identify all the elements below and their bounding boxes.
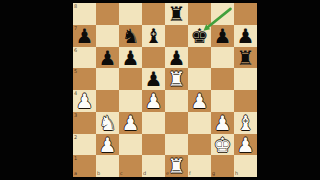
square-c4[interactable] [119, 90, 142, 112]
black-rook-h6: ♜ [234, 47, 257, 69]
square-g1[interactable]: g [211, 155, 234, 177]
square-a1[interactable]: 1a [73, 155, 96, 177]
square-d1[interactable]: d [142, 155, 165, 177]
square-b7[interactable] [96, 25, 119, 47]
square-a3[interactable]: 3 [73, 112, 96, 134]
chess-board: 8♜7♟♞♝♚♟♟6♟♟♟♜5♟♜4♟♟♟3♞♟♟♝2♟♚♟1abcde♜fgh [73, 3, 257, 177]
square-g7[interactable]: ♟ [211, 25, 234, 47]
square-d6[interactable] [142, 47, 165, 69]
white-knight-b3: ♞ [96, 112, 119, 134]
square-e4[interactable] [165, 90, 188, 112]
square-c6[interactable]: ♟ [119, 47, 142, 69]
black-knight-c7: ♞ [119, 25, 142, 47]
square-c1[interactable]: c [119, 155, 142, 177]
square-e5[interactable]: ♜ [165, 68, 188, 90]
screenshot-stage: 8♜7♟♞♝♚♟♟6♟♟♟♜5♟♜4♟♟♟3♞♟♟♝2♟♚♟1abcde♜fgh [0, 0, 320, 180]
white-pawn-b2: ♟ [96, 134, 119, 156]
square-d4[interactable]: ♟ [142, 90, 165, 112]
black-pawn-a7: ♟ [73, 25, 96, 47]
white-pawn-a4: ♟ [73, 90, 96, 112]
square-b4[interactable] [96, 90, 119, 112]
square-f4[interactable]: ♟ [188, 90, 211, 112]
square-b6[interactable]: ♟ [96, 47, 119, 69]
square-b8[interactable] [96, 3, 119, 25]
file-label-b: b [97, 171, 100, 176]
square-b3[interactable]: ♞ [96, 112, 119, 134]
rank-label-5: 5 [74, 69, 77, 74]
white-king-g2: ♚ [211, 134, 234, 156]
square-e7[interactable] [165, 25, 188, 47]
white-pawn-g3: ♟ [211, 112, 234, 134]
square-f3[interactable] [188, 112, 211, 134]
white-rook-e1: ♜ [165, 155, 188, 177]
square-a7[interactable]: 7♟ [73, 25, 96, 47]
square-a8[interactable]: 8 [73, 3, 96, 25]
white-pawn-d4: ♟ [142, 90, 165, 112]
square-e8[interactable]: ♜ [165, 3, 188, 25]
square-f7[interactable]: ♚ [188, 25, 211, 47]
rank-label-2: 2 [74, 135, 77, 140]
square-f8[interactable] [188, 3, 211, 25]
square-h7[interactable]: ♟ [234, 25, 257, 47]
square-a5[interactable]: 5 [73, 68, 96, 90]
black-pawn-b6: ♟ [96, 47, 119, 69]
file-label-f: f [189, 171, 191, 176]
square-e2[interactable] [165, 134, 188, 156]
square-e6[interactable]: ♟ [165, 47, 188, 69]
square-b1[interactable]: b [96, 155, 119, 177]
square-g4[interactable] [211, 90, 234, 112]
rank-label-3: 3 [74, 113, 77, 118]
square-f1[interactable]: f [188, 155, 211, 177]
rank-label-8: 8 [74, 4, 77, 9]
square-f6[interactable] [188, 47, 211, 69]
square-c3[interactable]: ♟ [119, 112, 142, 134]
white-bishop-h3: ♝ [234, 112, 257, 134]
black-pawn-e6: ♟ [165, 47, 188, 69]
black-pawn-c6: ♟ [119, 47, 142, 69]
black-pawn-g7: ♟ [211, 25, 234, 47]
square-h8[interactable] [234, 3, 257, 25]
square-c7[interactable]: ♞ [119, 25, 142, 47]
square-f2[interactable] [188, 134, 211, 156]
file-label-a: a [74, 171, 77, 176]
square-g6[interactable] [211, 47, 234, 69]
black-pawn-h7: ♟ [234, 25, 257, 47]
square-g2[interactable]: ♚ [211, 134, 234, 156]
square-h1[interactable]: h [234, 155, 257, 177]
square-h6[interactable]: ♜ [234, 47, 257, 69]
rank-label-6: 6 [74, 48, 77, 53]
square-h5[interactable] [234, 68, 257, 90]
square-d7[interactable]: ♝ [142, 25, 165, 47]
square-e1[interactable]: e♜ [165, 155, 188, 177]
square-a4[interactable]: 4♟ [73, 90, 96, 112]
file-label-c: c [120, 171, 123, 176]
file-label-h: h [235, 171, 238, 176]
square-b2[interactable]: ♟ [96, 134, 119, 156]
square-h3[interactable]: ♝ [234, 112, 257, 134]
file-label-e: e [166, 171, 169, 176]
white-pawn-h2: ♟ [234, 134, 257, 156]
square-g8[interactable] [211, 3, 234, 25]
square-h2[interactable]: ♟ [234, 134, 257, 156]
square-d2[interactable] [142, 134, 165, 156]
rank-label-7: 7 [74, 26, 77, 31]
square-b5[interactable] [96, 68, 119, 90]
square-a6[interactable]: 6 [73, 47, 96, 69]
square-f5[interactable] [188, 68, 211, 90]
rank-label-1: 1 [74, 156, 77, 161]
black-pawn-d5: ♟ [142, 68, 165, 90]
file-label-g: g [212, 171, 215, 176]
black-rook-e8: ♜ [165, 3, 188, 25]
rank-label-4: 4 [74, 91, 77, 96]
black-bishop-d7: ♝ [142, 25, 165, 47]
square-e3[interactable] [165, 112, 188, 134]
white-pawn-f4: ♟ [188, 90, 211, 112]
black-king-f7: ♚ [188, 25, 211, 47]
white-pawn-c3: ♟ [119, 112, 142, 134]
square-c8[interactable] [119, 3, 142, 25]
square-d3[interactable] [142, 112, 165, 134]
square-d8[interactable] [142, 3, 165, 25]
square-h4[interactable] [234, 90, 257, 112]
white-rook-e5: ♜ [165, 68, 188, 90]
square-c2[interactable] [119, 134, 142, 156]
square-g5[interactable] [211, 68, 234, 90]
square-c5[interactable] [119, 68, 142, 90]
square-a2[interactable]: 2 [73, 134, 96, 156]
file-label-d: d [143, 171, 146, 176]
square-d5[interactable]: ♟ [142, 68, 165, 90]
square-g3[interactable]: ♟ [211, 112, 234, 134]
